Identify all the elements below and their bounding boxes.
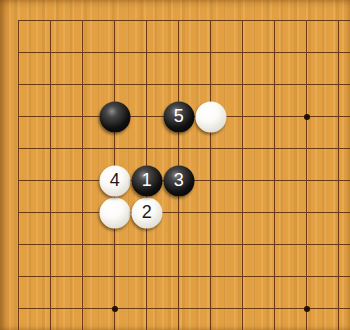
star-point-K16 [304, 114, 310, 120]
stone-black-F14-move-3: 3 [163, 165, 194, 196]
stone-white-D14-move-4: 4 [99, 165, 130, 196]
stone-white-E13-move-2: 2 [131, 197, 162, 228]
move-number-label: 5 [174, 107, 184, 125]
stone-black-E14-move-1: 1 [131, 165, 162, 196]
stone-white-G16 [195, 101, 226, 132]
star-point-D10 [112, 306, 118, 312]
board-grid[interactable]: 54132 [18, 20, 350, 330]
move-number-label: 1 [142, 171, 152, 189]
stone-white-D13 [99, 197, 130, 228]
stone-black-F16-move-5: 5 [163, 101, 194, 132]
stone-black-D16 [99, 101, 130, 132]
move-number-label: 3 [174, 171, 184, 189]
go-board: 54132 [0, 0, 350, 330]
star-point-K10 [304, 306, 310, 312]
move-number-label: 4 [110, 171, 120, 189]
move-number-label: 2 [142, 203, 152, 221]
